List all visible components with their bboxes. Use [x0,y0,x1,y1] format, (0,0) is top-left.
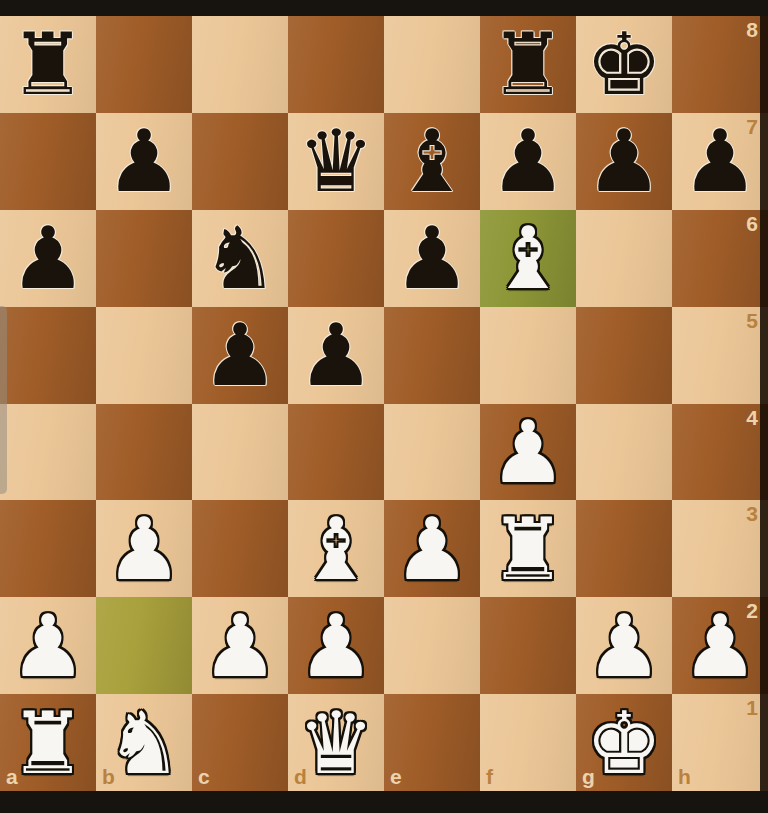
scrollbar[interactable] [0,306,7,494]
square-a5[interactable] [0,307,96,404]
square-b2[interactable] [96,597,192,694]
square-a3[interactable] [0,500,96,597]
square-c2[interactable]: ♟ [192,597,288,694]
white-pawn-f4[interactable]: ♟ [480,404,576,501]
square-h7[interactable]: 7♟ [672,113,768,210]
square-d1[interactable]: d♛ [288,694,384,791]
square-g2[interactable]: ♟ [576,597,672,694]
square-e3[interactable]: ♟ [384,500,480,597]
square-b7[interactable]: ♟ [96,113,192,210]
square-c7[interactable] [192,113,288,210]
square-d7[interactable]: ♛ [288,113,384,210]
square-g7[interactable]: ♟ [576,113,672,210]
square-e7[interactable]: ♝ [384,113,480,210]
square-d6[interactable] [288,210,384,307]
square-a6[interactable]: ♟ [0,210,96,307]
square-h5[interactable]: 5 [672,307,768,404]
square-g5[interactable] [576,307,672,404]
square-g6[interactable] [576,210,672,307]
square-h8[interactable]: 8 [672,16,768,113]
square-d5[interactable]: ♟ [288,307,384,404]
square-d8[interactable] [288,16,384,113]
white-queen-d1[interactable]: ♛ [288,694,384,791]
square-c8[interactable] [192,16,288,113]
black-king-g8[interactable]: ♚ [576,16,672,113]
square-f4[interactable]: ♟ [480,404,576,501]
white-pawn-b3[interactable]: ♟ [96,500,192,597]
square-h6[interactable]: 6 [672,210,768,307]
square-f7[interactable]: ♟ [480,113,576,210]
square-c3[interactable] [192,500,288,597]
file-label-c: c [198,765,210,789]
black-knight-c6[interactable]: ♞ [192,210,288,307]
white-king-g1[interactable]: ♚ [576,694,672,791]
square-e8[interactable] [384,16,480,113]
black-pawn-h7[interactable]: ♟ [672,113,768,210]
rank-label-8: 8 [746,18,758,42]
black-pawn-a6[interactable]: ♟ [0,210,96,307]
square-f8[interactable]: ♜ [480,16,576,113]
white-pawn-c2[interactable]: ♟ [192,597,288,694]
rank-label-5: 5 [746,309,758,333]
black-pawn-f7[interactable]: ♟ [480,113,576,210]
black-queen-d7[interactable]: ♛ [288,113,384,210]
square-a1[interactable]: a♜ [0,694,96,791]
square-h3[interactable]: 3 [672,500,768,597]
square-e1[interactable]: e [384,694,480,791]
white-pawn-a2[interactable]: ♟ [0,597,96,694]
rank-label-4: 4 [746,406,758,430]
square-g8[interactable]: ♚ [576,16,672,113]
file-label-f: f [486,765,493,789]
black-pawn-c5[interactable]: ♟ [192,307,288,404]
square-e2[interactable] [384,597,480,694]
black-rook-a8[interactable]: ♜ [0,16,96,113]
square-c6[interactable]: ♞ [192,210,288,307]
square-g4[interactable] [576,404,672,501]
white-bishop-d3[interactable]: ♝ [288,500,384,597]
square-f3[interactable]: ♜ [480,500,576,597]
square-d4[interactable] [288,404,384,501]
top-letterbox-bar [0,0,768,16]
bottom-letterbox-bar [0,791,768,813]
white-rook-a1[interactable]: ♜ [0,694,96,791]
square-f6[interactable]: ♝ [480,210,576,307]
white-bishop-f6[interactable]: ♝ [480,210,576,307]
square-h1[interactable]: h1 [672,694,768,791]
square-a7[interactable] [0,113,96,210]
white-pawn-h2[interactable]: ♟ [672,597,768,694]
black-bishop-e7[interactable]: ♝ [384,113,480,210]
square-b3[interactable]: ♟ [96,500,192,597]
black-pawn-d5[interactable]: ♟ [288,307,384,404]
square-b5[interactable] [96,307,192,404]
square-e6[interactable]: ♟ [384,210,480,307]
square-f1[interactable]: f [480,694,576,791]
white-pawn-g2[interactable]: ♟ [576,597,672,694]
square-c1[interactable]: c [192,694,288,791]
board-right-edge-shade [760,16,768,791]
white-rook-f3[interactable]: ♜ [480,500,576,597]
square-h4[interactable]: 4 [672,404,768,501]
square-b6[interactable] [96,210,192,307]
square-a2[interactable]: ♟ [0,597,96,694]
square-c4[interactable] [192,404,288,501]
file-label-e: e [390,765,402,789]
square-b8[interactable] [96,16,192,113]
square-c5[interactable]: ♟ [192,307,288,404]
square-a4[interactable] [0,404,96,501]
white-pawn-e3[interactable]: ♟ [384,500,480,597]
black-rook-f8[interactable]: ♜ [480,16,576,113]
square-g1[interactable]: g♚ [576,694,672,791]
black-pawn-g7[interactable]: ♟ [576,113,672,210]
square-g3[interactable] [576,500,672,597]
black-pawn-e6[interactable]: ♟ [384,210,480,307]
square-d3[interactable]: ♝ [288,500,384,597]
rank-label-1: 1 [746,696,758,720]
file-label-h: h [678,765,691,789]
black-pawn-b7[interactable]: ♟ [96,113,192,210]
square-e5[interactable] [384,307,480,404]
square-f2[interactable] [480,597,576,694]
square-d2[interactable]: ♟ [288,597,384,694]
square-a8[interactable]: ♜ [0,16,96,113]
square-f5[interactable] [480,307,576,404]
white-pawn-d2[interactable]: ♟ [288,597,384,694]
square-b4[interactable] [96,404,192,501]
square-e4[interactable] [384,404,480,501]
rank-label-3: 3 [746,502,758,526]
rank-label-6: 6 [746,212,758,236]
square-h2[interactable]: 2♟ [672,597,768,694]
chess-board: ♜♜♚8♟♛♝♟♟7♟♟♞♟♝6♟♟5♟4♟♝♟♜3♟♟♟♟2♟a♜b♞cd♛e… [0,16,768,791]
white-knight-b1[interactable]: ♞ [96,694,192,791]
square-b1[interactable]: b♞ [96,694,192,791]
